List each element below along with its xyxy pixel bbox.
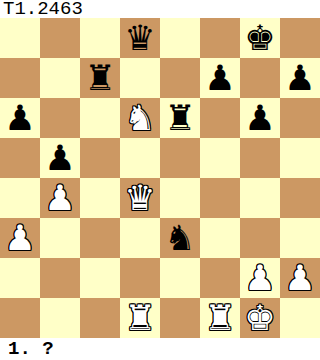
title-bar: T1.2463 [0, 0, 320, 18]
square-h7[interactable]: ♟ [280, 58, 320, 98]
square-e7[interactable] [160, 58, 200, 98]
square-a2[interactable] [0, 258, 40, 298]
square-a4[interactable] [0, 178, 40, 218]
square-f8[interactable] [200, 18, 240, 58]
square-e8[interactable] [160, 18, 200, 58]
white-queen: ♛ [124, 178, 155, 218]
square-h2[interactable]: ♟ [280, 258, 320, 298]
square-a3[interactable]: ♟ [0, 218, 40, 258]
square-b1[interactable] [40, 298, 80, 338]
square-b6[interactable] [40, 98, 80, 138]
puzzle-page: T1.2463 ♛♚♜♟♟♟♞♜♟♟♟♛♟♞♟♟♜♜♚ 1. ? [0, 0, 320, 360]
square-b3[interactable] [40, 218, 80, 258]
square-a7[interactable] [0, 58, 40, 98]
square-h3[interactable] [280, 218, 320, 258]
white-rook: ♜ [124, 298, 155, 338]
square-c6[interactable] [80, 98, 120, 138]
square-e1[interactable] [160, 298, 200, 338]
square-f7[interactable]: ♟ [200, 58, 240, 98]
square-c8[interactable] [80, 18, 120, 58]
square-c5[interactable] [80, 138, 120, 178]
square-f6[interactable] [200, 98, 240, 138]
white-king: ♚ [244, 298, 275, 338]
black-rook: ♜ [164, 98, 195, 138]
black-knight: ♞ [164, 218, 195, 258]
square-e5[interactable] [160, 138, 200, 178]
square-h8[interactable] [280, 18, 320, 58]
square-f1[interactable]: ♜ [200, 298, 240, 338]
white-pawn: ♟ [44, 178, 75, 218]
white-knight: ♞ [124, 98, 155, 138]
white-rook: ♜ [204, 298, 235, 338]
square-g8[interactable]: ♚ [240, 18, 280, 58]
chess-board: ♛♚♜♟♟♟♞♜♟♟♟♛♟♞♟♟♜♜♚ [0, 18, 320, 338]
square-d7[interactable] [120, 58, 160, 98]
square-a1[interactable] [0, 298, 40, 338]
square-d8[interactable]: ♛ [120, 18, 160, 58]
square-c1[interactable] [80, 298, 120, 338]
move-prompt: 1. ? [0, 338, 54, 360]
square-d6[interactable]: ♞ [120, 98, 160, 138]
square-e2[interactable] [160, 258, 200, 298]
square-h6[interactable] [280, 98, 320, 138]
square-c3[interactable] [80, 218, 120, 258]
square-g3[interactable] [240, 218, 280, 258]
square-f2[interactable] [200, 258, 240, 298]
black-pawn: ♟ [284, 58, 315, 98]
square-b8[interactable] [40, 18, 80, 58]
white-pawn: ♟ [244, 258, 275, 298]
square-h5[interactable] [280, 138, 320, 178]
square-b2[interactable] [40, 258, 80, 298]
square-h1[interactable] [280, 298, 320, 338]
square-g2[interactable]: ♟ [240, 258, 280, 298]
black-pawn: ♟ [204, 58, 235, 98]
square-b4[interactable]: ♟ [40, 178, 80, 218]
square-a8[interactable] [0, 18, 40, 58]
black-king: ♚ [244, 18, 275, 58]
square-f4[interactable] [200, 178, 240, 218]
white-pawn: ♟ [4, 218, 35, 258]
square-a5[interactable] [0, 138, 40, 178]
white-pawn: ♟ [284, 258, 315, 298]
square-h4[interactable] [280, 178, 320, 218]
square-e4[interactable] [160, 178, 200, 218]
square-c7[interactable]: ♜ [80, 58, 120, 98]
square-g1[interactable]: ♚ [240, 298, 280, 338]
square-d5[interactable] [120, 138, 160, 178]
square-d1[interactable]: ♜ [120, 298, 160, 338]
black-queen: ♛ [124, 18, 155, 58]
square-b5[interactable]: ♟ [40, 138, 80, 178]
square-g7[interactable] [240, 58, 280, 98]
square-g4[interactable] [240, 178, 280, 218]
square-e3[interactable]: ♞ [160, 218, 200, 258]
move-bar: 1. ? [0, 338, 320, 360]
square-c4[interactable] [80, 178, 120, 218]
square-f3[interactable] [200, 218, 240, 258]
square-d4[interactable]: ♛ [120, 178, 160, 218]
black-pawn: ♟ [4, 98, 35, 138]
square-c2[interactable] [80, 258, 120, 298]
square-f5[interactable] [200, 138, 240, 178]
black-pawn: ♟ [244, 98, 275, 138]
square-e6[interactable]: ♜ [160, 98, 200, 138]
square-b7[interactable] [40, 58, 80, 98]
square-g5[interactable] [240, 138, 280, 178]
square-a6[interactable]: ♟ [0, 98, 40, 138]
square-g6[interactable]: ♟ [240, 98, 280, 138]
black-pawn: ♟ [44, 138, 75, 178]
square-d2[interactable] [120, 258, 160, 298]
square-d3[interactable] [120, 218, 160, 258]
puzzle-title: T1.2463 [0, 0, 83, 18]
black-rook: ♜ [84, 58, 115, 98]
